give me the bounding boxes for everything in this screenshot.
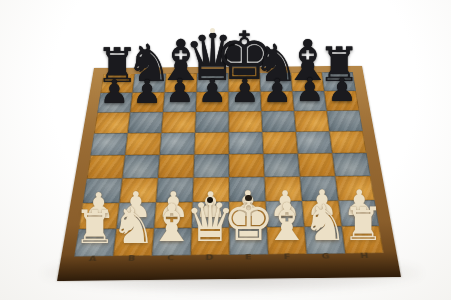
- piece-black-pawn-h7[interactable]: ♟: [303, 74, 381, 106]
- square-c6[interactable]: [161, 112, 195, 133]
- square-f6[interactable]: [261, 111, 296, 132]
- square-a4[interactable]: [87, 155, 125, 179]
- file-label-g: G: [306, 250, 346, 261]
- square-h5[interactable]: [329, 131, 366, 153]
- square-g5[interactable]: [296, 131, 332, 153]
- square-b4[interactable]: [122, 155, 159, 178]
- square-c5[interactable]: [160, 133, 195, 155]
- piece-black-pawn-d7[interactable]: ♟: [173, 75, 251, 108]
- square-e6[interactable]: [229, 111, 263, 132]
- square-d4[interactable]: [193, 154, 229, 177]
- square-g6[interactable]: [294, 111, 329, 132]
- piece-white-knight-b1[interactable]: ♞: [87, 201, 179, 251]
- square-a6[interactable]: [94, 112, 130, 133]
- square-d5[interactable]: [194, 132, 229, 154]
- square-e4[interactable]: [229, 154, 265, 177]
- square-a5[interactable]: [90, 133, 127, 155]
- square-e5[interactable]: [229, 132, 264, 154]
- square-h4[interactable]: [332, 153, 370, 176]
- photo-background: ABCDEFGH ♜♞♝♛♚♞♝♜♟♟♟♟♟♟♟♟♟♟♟♟♟♟♟♟♜♞♝♛♚♝♞…: [0, 0, 451, 300]
- file-label-h: H: [345, 250, 385, 261]
- square-b6[interactable]: [128, 112, 163, 133]
- square-h6[interactable]: [327, 110, 363, 131]
- square-g4[interactable]: [298, 153, 335, 176]
- square-c4[interactable]: [158, 154, 194, 177]
- file-label-a: A: [73, 253, 114, 265]
- square-b5[interactable]: [125, 133, 161, 155]
- square-d6[interactable]: [195, 112, 229, 133]
- square-f5[interactable]: [262, 132, 297, 154]
- square-f4[interactable]: [263, 154, 299, 177]
